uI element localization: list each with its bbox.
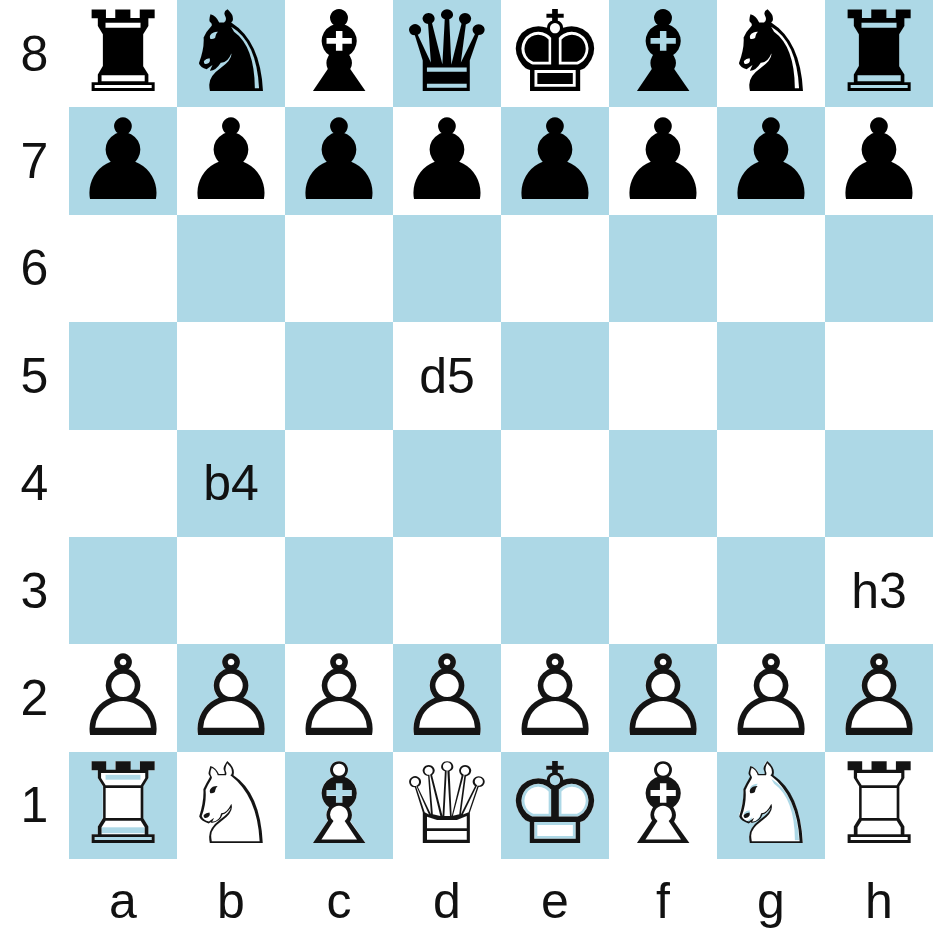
- square-f5[interactable]: [609, 322, 717, 429]
- square-d5[interactable]: d5: [393, 322, 501, 429]
- square-e3[interactable]: [501, 537, 609, 644]
- piece-glyph-outline: ♖: [829, 748, 929, 860]
- square-h3[interactable]: h3: [825, 537, 933, 644]
- square-a1[interactable]: ♜♖: [69, 752, 177, 859]
- square-d3[interactable]: [393, 537, 501, 644]
- piece-glyph-fill: ♝: [289, 0, 389, 108]
- piece-black-pawn[interactable]: ♟: [285, 108, 393, 215]
- square-a4[interactable]: [69, 430, 177, 537]
- square-d1[interactable]: ♛♕: [393, 752, 501, 859]
- square-g2[interactable]: ♟♙: [717, 644, 825, 751]
- rank-label-cell-4: 4: [0, 430, 69, 537]
- square-b6[interactable]: [177, 215, 285, 322]
- rank-label-1: 1: [21, 780, 49, 830]
- piece-glyph-outline: ♙: [829, 640, 929, 752]
- square-e5[interactable]: [501, 322, 609, 429]
- rank-label-cell-8: 8: [0, 0, 69, 107]
- piece-glyph-fill: ♟: [505, 104, 605, 216]
- piece-black-pawn[interactable]: ♟: [825, 108, 933, 215]
- square-f4[interactable]: [609, 430, 717, 537]
- piece-glyph-outline: ♙: [73, 640, 173, 752]
- rank-label-cell-3: 3: [0, 537, 69, 644]
- piece-glyph-outline: ♙: [505, 640, 605, 752]
- square-b7[interactable]: ♟: [177, 107, 285, 214]
- piece-white-pawn[interactable]: ♟♙: [717, 644, 825, 751]
- piece-white-pawn[interactable]: ♟♙: [285, 644, 393, 751]
- piece-white-knight[interactable]: ♞♘: [717, 752, 825, 859]
- piece-glyph-fill: ♟: [289, 104, 389, 216]
- piece-glyph-fill: ♞: [721, 0, 821, 108]
- rank-label-6: 6: [21, 243, 49, 293]
- piece-glyph-fill: ♟: [73, 104, 173, 216]
- square-f8[interactable]: ♝: [609, 0, 717, 107]
- square-g3[interactable]: [717, 537, 825, 644]
- square-d4[interactable]: [393, 430, 501, 537]
- square-e6[interactable]: [501, 215, 609, 322]
- square-c6[interactable]: [285, 215, 393, 322]
- piece-glyph-fill: ♟: [721, 104, 821, 216]
- square-f3[interactable]: [609, 537, 717, 644]
- piece-white-queen[interactable]: ♛♕: [393, 752, 501, 859]
- corner-spacer: [0, 859, 69, 942]
- square-e8[interactable]: ♚: [501, 0, 609, 107]
- square-c4[interactable]: [285, 430, 393, 537]
- square-f2[interactable]: ♟♙: [609, 644, 717, 751]
- piece-black-rook[interactable]: ♜: [69, 0, 177, 107]
- square-b3[interactable]: [177, 537, 285, 644]
- square-c8[interactable]: ♝: [285, 0, 393, 107]
- piece-black-bishop[interactable]: ♝: [609, 0, 717, 107]
- square-e2[interactable]: ♟♙: [501, 644, 609, 751]
- square-h4[interactable]: [825, 430, 933, 537]
- piece-glyph-outline: ♙: [397, 640, 497, 752]
- piece-white-pawn[interactable]: ♟♙: [501, 644, 609, 751]
- piece-glyph-fill: ♞: [181, 0, 281, 108]
- piece-black-knight[interactable]: ♞: [717, 0, 825, 107]
- square-g4[interactable]: [717, 430, 825, 537]
- file-label-cell-e: e: [501, 859, 609, 942]
- piece-black-rook[interactable]: ♜: [825, 0, 933, 107]
- piece-white-king[interactable]: ♚♔: [501, 752, 609, 859]
- square-b8[interactable]: ♞: [177, 0, 285, 107]
- piece-glyph-outline: ♔: [505, 748, 605, 860]
- piece-glyph-fill: ♜: [829, 0, 929, 108]
- rank-label-3: 3: [21, 566, 49, 616]
- rank-label-cell-1: 1: [0, 752, 69, 859]
- rank-label-7: 7: [21, 136, 49, 186]
- square-b1[interactable]: ♞♘: [177, 752, 285, 859]
- square-c2[interactable]: ♟♙: [285, 644, 393, 751]
- file-label-cell-a: a: [69, 859, 177, 942]
- square-a2[interactable]: ♟♙: [69, 644, 177, 751]
- square-a6[interactable]: [69, 215, 177, 322]
- piece-black-pawn[interactable]: ♟: [501, 108, 609, 215]
- piece-glyph-outline: ♙: [289, 640, 389, 752]
- piece-glyph-fill: ♜: [73, 0, 173, 108]
- piece-white-bishop[interactable]: ♝♗: [609, 752, 717, 859]
- rank-label-4: 4: [21, 458, 49, 508]
- file-label-b: b: [217, 876, 245, 926]
- piece-white-rook[interactable]: ♜♖: [69, 752, 177, 859]
- piece-glyph-outline: ♗: [613, 748, 713, 860]
- piece-glyph-fill: ♟: [829, 104, 929, 216]
- square-annotation-b4: b4: [203, 458, 259, 508]
- piece-black-pawn[interactable]: ♟: [69, 108, 177, 215]
- square-h8[interactable]: ♜: [825, 0, 933, 107]
- piece-white-pawn[interactable]: ♟♙: [69, 644, 177, 751]
- piece-black-pawn[interactable]: ♟: [717, 108, 825, 215]
- square-c5[interactable]: [285, 322, 393, 429]
- square-g8[interactable]: ♞: [717, 0, 825, 107]
- piece-white-knight[interactable]: ♞♘: [177, 752, 285, 859]
- square-g5[interactable]: [717, 322, 825, 429]
- rank-label-cell-6: 6: [0, 215, 69, 322]
- square-g1[interactable]: ♞♘: [717, 752, 825, 859]
- square-annotation-h3: h3: [851, 566, 907, 616]
- square-d6[interactable]: [393, 215, 501, 322]
- piece-glyph-outline: ♘: [721, 748, 821, 860]
- square-h1[interactable]: ♜♖: [825, 752, 933, 859]
- file-label-cell-c: c: [285, 859, 393, 942]
- square-h6[interactable]: [825, 215, 933, 322]
- piece-glyph-fill: ♚: [505, 0, 605, 108]
- piece-glyph-fill: ♟: [397, 104, 497, 216]
- piece-black-queen[interactable]: ♛: [393, 0, 501, 107]
- square-c7[interactable]: ♟: [285, 107, 393, 214]
- file-label-cell-f: f: [609, 859, 717, 942]
- piece-black-pawn[interactable]: ♟: [393, 108, 501, 215]
- piece-glyph-outline: ♙: [181, 640, 281, 752]
- file-label-f: f: [656, 876, 670, 926]
- file-label-cell-d: d: [393, 859, 501, 942]
- square-b4[interactable]: b4: [177, 430, 285, 537]
- piece-white-rook[interactable]: ♜♖: [825, 752, 933, 859]
- square-h5[interactable]: [825, 322, 933, 429]
- rank-label-cell-2: 2: [0, 644, 69, 751]
- piece-white-pawn[interactable]: ♟♙: [177, 644, 285, 751]
- square-d8[interactable]: ♛: [393, 0, 501, 107]
- square-d2[interactable]: ♟♙: [393, 644, 501, 751]
- rank-label-8: 8: [21, 29, 49, 79]
- piece-white-pawn[interactable]: ♟♙: [825, 644, 933, 751]
- square-f6[interactable]: [609, 215, 717, 322]
- square-h7[interactable]: ♟: [825, 107, 933, 214]
- chess-diagram: 8♜♞♝♛♚♝♞♜7♟♟♟♟♟♟♟♟65d54b43h32♟♙♟♙♟♙♟♙♟♙♟…: [0, 0, 933, 942]
- file-label-d: d: [433, 876, 461, 926]
- square-e4[interactable]: [501, 430, 609, 537]
- square-b2[interactable]: ♟♙: [177, 644, 285, 751]
- piece-black-knight[interactable]: ♞: [177, 0, 285, 107]
- file-label-c: c: [327, 876, 352, 926]
- piece-glyph-outline: ♙: [721, 640, 821, 752]
- piece-glyph-fill: ♝: [613, 0, 713, 108]
- file-label-g: g: [757, 876, 785, 926]
- file-label-a: a: [109, 876, 137, 926]
- square-f1[interactable]: ♝♗: [609, 752, 717, 859]
- piece-black-king[interactable]: ♚: [501, 0, 609, 107]
- piece-glyph-fill: ♟: [181, 104, 281, 216]
- file-label-cell-b: b: [177, 859, 285, 942]
- rank-label-5: 5: [21, 351, 49, 401]
- piece-black-bishop[interactable]: ♝: [285, 0, 393, 107]
- piece-glyph-fill: ♛: [397, 0, 497, 108]
- piece-glyph-outline: ♕: [397, 748, 497, 860]
- piece-white-pawn[interactable]: ♟♙: [609, 644, 717, 751]
- square-d7[interactable]: ♟: [393, 107, 501, 214]
- square-b5[interactable]: [177, 322, 285, 429]
- rank-label-2: 2: [21, 673, 49, 723]
- piece-black-pawn[interactable]: ♟: [177, 108, 285, 215]
- piece-white-pawn[interactable]: ♟♙: [393, 644, 501, 751]
- square-annotation-d5: d5: [419, 351, 475, 401]
- square-a8[interactable]: ♜: [69, 0, 177, 107]
- square-a7[interactable]: ♟: [69, 107, 177, 214]
- square-h2[interactable]: ♟♙: [825, 644, 933, 751]
- piece-glyph-outline: ♖: [73, 748, 173, 860]
- file-label-cell-g: g: [717, 859, 825, 942]
- piece-glyph-outline: ♗: [289, 748, 389, 860]
- square-e1[interactable]: ♚♔: [501, 752, 609, 859]
- square-g7[interactable]: ♟: [717, 107, 825, 214]
- piece-white-bishop[interactable]: ♝♗: [285, 752, 393, 859]
- square-e7[interactable]: ♟: [501, 107, 609, 214]
- piece-glyph-fill: ♟: [613, 104, 713, 216]
- square-c3[interactable]: [285, 537, 393, 644]
- rank-label-cell-5: 5: [0, 322, 69, 429]
- square-c1[interactable]: ♝♗: [285, 752, 393, 859]
- file-label-cell-h: h: [825, 859, 933, 942]
- file-label-h: h: [865, 876, 893, 926]
- chess-board: 8♜♞♝♛♚♝♞♜7♟♟♟♟♟♟♟♟65d54b43h32♟♙♟♙♟♙♟♙♟♙♟…: [0, 0, 933, 942]
- piece-glyph-outline: ♙: [613, 640, 713, 752]
- piece-black-pawn[interactable]: ♟: [609, 108, 717, 215]
- file-label-e: e: [541, 876, 569, 926]
- square-f7[interactable]: ♟: [609, 107, 717, 214]
- piece-glyph-outline: ♘: [181, 748, 281, 860]
- square-a3[interactable]: [69, 537, 177, 644]
- rank-label-cell-7: 7: [0, 107, 69, 214]
- square-g6[interactable]: [717, 215, 825, 322]
- square-a5[interactable]: [69, 322, 177, 429]
